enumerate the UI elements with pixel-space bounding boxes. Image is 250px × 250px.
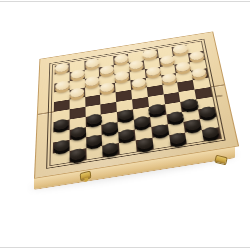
play-area bbox=[53, 42, 221, 164]
board-square bbox=[152, 135, 170, 149]
board-square bbox=[86, 146, 103, 160]
checkers-board bbox=[34, 31, 239, 178]
board-square bbox=[53, 151, 70, 165]
product-photo[interactable] bbox=[0, 0, 250, 250]
brand-stamp bbox=[215, 95, 222, 98]
board-square bbox=[119, 141, 137, 155]
board-perspective-wrapper bbox=[29, 0, 234, 209]
photo-border-bottom bbox=[0, 247, 250, 248]
board-square bbox=[185, 130, 204, 144]
